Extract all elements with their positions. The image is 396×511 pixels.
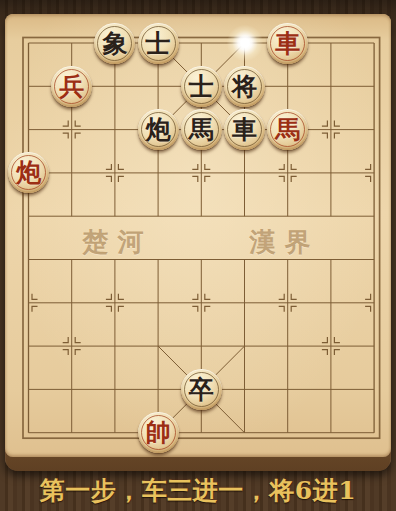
piece-glyph: 炮 [146, 117, 171, 142]
piece-black-車[interactable]: 車 [224, 109, 265, 150]
piece-glyph: 炮 [16, 160, 41, 185]
piece-glyph: 兵 [59, 74, 84, 99]
piece-black-卒[interactable]: 卒 [181, 369, 222, 410]
piece-black-馬[interactable]: 馬 [181, 109, 222, 150]
piece-glyph: 卒 [189, 377, 214, 402]
piece-glyph: 馬 [189, 117, 214, 142]
piece-black-士[interactable]: 士 [138, 23, 179, 64]
piece-black-象[interactable]: 象 [94, 23, 135, 64]
river-label-han-jie: 漢界 [241, 225, 320, 260]
river-label-chu-he: 楚河 [74, 225, 153, 260]
piece-black-士[interactable]: 士 [181, 66, 222, 107]
status-bar: 第一步，车三进一，将6进1 [0, 470, 396, 511]
piece-glyph: 馬 [275, 117, 300, 142]
piece-red-馬[interactable]: 馬 [267, 109, 308, 150]
piece-red-車[interactable]: 車 [267, 23, 308, 64]
piece-glyph: 象 [102, 31, 127, 56]
piece-black-将[interactable]: 将 [224, 66, 265, 107]
piece-glyph: 士 [146, 31, 171, 56]
piece-glyph: 士 [189, 74, 214, 99]
piece-glyph: 車 [232, 117, 257, 142]
piece-glyph: 車 [275, 31, 300, 56]
move-annotation-text: 第一步，车三进一，将6进1 [40, 474, 356, 507]
piece-black-炮[interactable]: 炮 [138, 109, 179, 150]
piece-glyph: 将 [232, 74, 257, 99]
xiangqi-app: { "game": "xiangqi", "position": { "fen"… [0, 0, 396, 511]
piece-red-兵[interactable]: 兵 [51, 66, 92, 107]
piece-glyph: 帥 [146, 420, 171, 445]
piece-red-帥[interactable]: 帥 [138, 412, 179, 453]
